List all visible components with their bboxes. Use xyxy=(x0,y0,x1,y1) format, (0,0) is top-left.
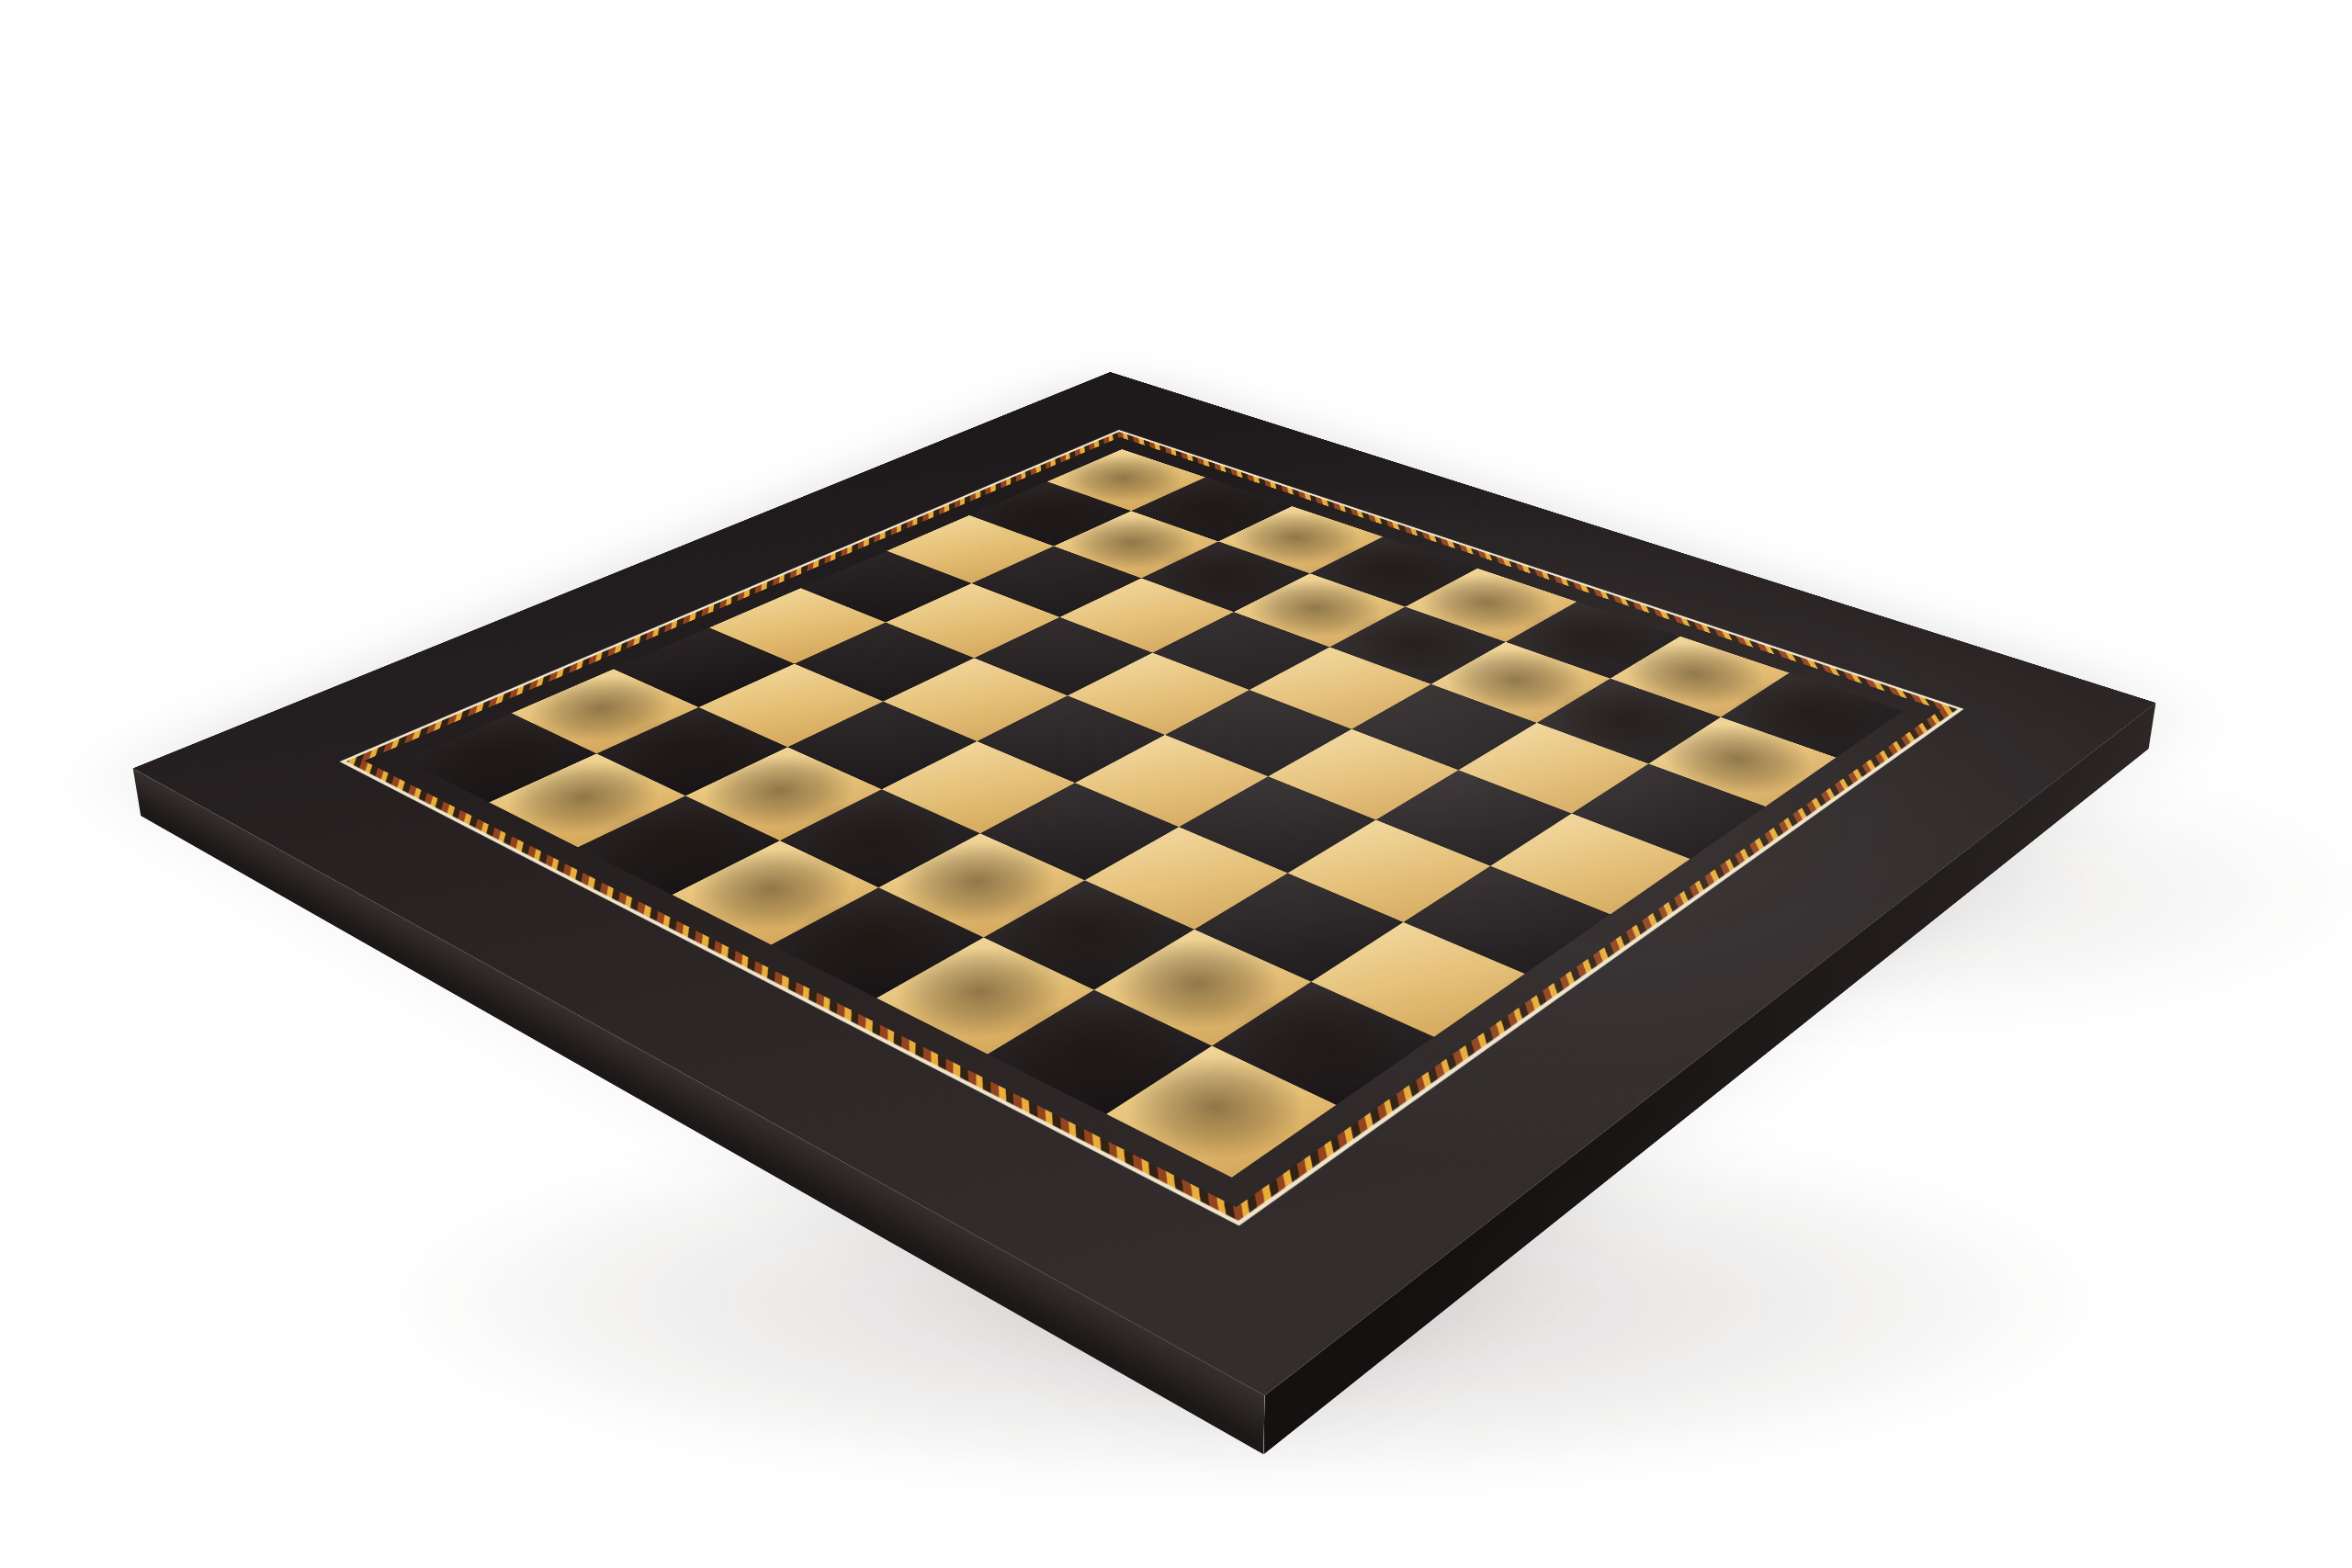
scene: ♜♞♝♛♚♝♞♜♟♟♟♟♟♟♟♟♟♟♟♟♟♟♟♟♜♞♝♛♚♝♞♜ xyxy=(0,0,2352,1568)
rook-glyph: ♜ xyxy=(995,475,1448,1109)
chess-board: ♜♞♝♛♚♝♞♜♟♟♟♟♟♟♟♟♟♟♟♟♟♟♟♟♜♞♝♛♚♝♞♜ xyxy=(133,372,2156,1395)
pawn-glyph: ♟ xyxy=(1555,238,1928,761)
photo-background: ♜♞♝♛♚♝♞♜♟♟♟♟♟♟♟♟♟♟♟♟♟♟♟♟♜♞♝♛♚♝♞♜ xyxy=(0,0,2352,1568)
